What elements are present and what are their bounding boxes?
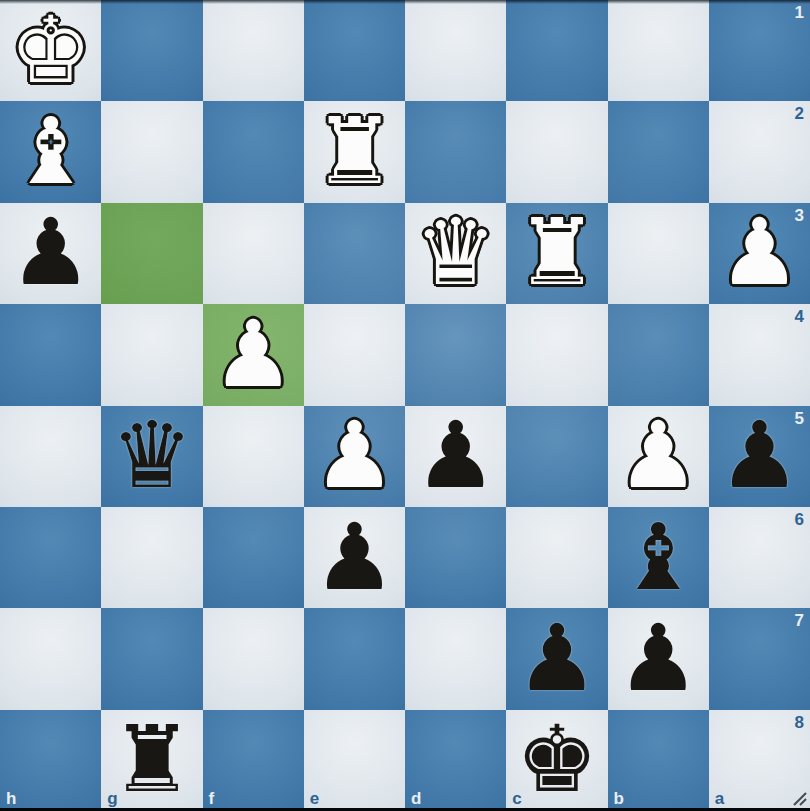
black-queen[interactable]: ♛ [101, 406, 202, 507]
square-h2[interactable]: ♝ [0, 101, 101, 202]
square-c3[interactable]: ♜ [506, 203, 607, 304]
square-e8[interactable]: e [304, 710, 405, 811]
square-b4[interactable] [608, 304, 709, 405]
black-bishop[interactable]: ♝ [608, 507, 709, 608]
black-pawn[interactable]: ♟ [506, 608, 607, 709]
rank-label-1: 1 [795, 3, 804, 23]
square-h1[interactable]: ♚ [0, 0, 101, 101]
square-d2[interactable] [405, 101, 506, 202]
white-rook[interactable]: ♜ [506, 203, 607, 304]
square-b1[interactable] [608, 0, 709, 101]
square-g3[interactable] [101, 203, 202, 304]
square-h8[interactable]: h [0, 710, 101, 811]
square-g2[interactable] [101, 101, 202, 202]
file-label-h: h [6, 789, 16, 809]
square-c6[interactable] [506, 507, 607, 608]
square-b5[interactable]: ♟ [608, 406, 709, 507]
square-e5[interactable]: ♟ [304, 406, 405, 507]
square-e6[interactable]: ♟ [304, 507, 405, 608]
white-pawn[interactable]: ♟ [203, 304, 304, 405]
square-a1[interactable]: 1 [709, 0, 810, 101]
square-e2[interactable]: ♜ [304, 101, 405, 202]
square-f8[interactable]: f [203, 710, 304, 811]
black-pawn[interactable]: ♟ [0, 203, 101, 304]
square-d7[interactable] [405, 608, 506, 709]
resize-handle-icon[interactable] [788, 787, 808, 807]
square-c4[interactable] [506, 304, 607, 405]
black-pawn[interactable]: ♟ [405, 406, 506, 507]
square-a7[interactable]: 7 [709, 608, 810, 709]
square-d5[interactable]: ♟ [405, 406, 506, 507]
square-c8[interactable]: c♚ [506, 710, 607, 811]
square-h3[interactable]: ♟ [0, 203, 101, 304]
square-f1[interactable] [203, 0, 304, 101]
square-e4[interactable] [304, 304, 405, 405]
rank-label-8: 8 [795, 713, 804, 733]
square-g7[interactable] [101, 608, 202, 709]
square-f3[interactable] [203, 203, 304, 304]
square-c7[interactable]: ♟ [506, 608, 607, 709]
square-a3[interactable]: 3♟ [709, 203, 810, 304]
square-b7[interactable]: ♟ [608, 608, 709, 709]
white-pawn[interactable]: ♟ [304, 406, 405, 507]
white-rook[interactable]: ♜ [304, 101, 405, 202]
square-d6[interactable] [405, 507, 506, 608]
square-d4[interactable] [405, 304, 506, 405]
square-c2[interactable] [506, 101, 607, 202]
square-a6[interactable]: 6 [709, 507, 810, 608]
white-pawn[interactable]: ♟ [709, 203, 810, 304]
square-e7[interactable] [304, 608, 405, 709]
square-g4[interactable] [101, 304, 202, 405]
rank-label-4: 4 [795, 307, 804, 327]
square-d3[interactable]: ♛ [405, 203, 506, 304]
square-b2[interactable] [608, 101, 709, 202]
file-label-b: b [614, 789, 624, 809]
square-g1[interactable] [101, 0, 202, 101]
rank-label-6: 6 [795, 510, 804, 530]
square-c1[interactable] [506, 0, 607, 101]
square-d1[interactable] [405, 0, 506, 101]
square-c5[interactable] [506, 406, 607, 507]
file-label-f: f [209, 789, 215, 809]
square-d8[interactable]: d [405, 710, 506, 811]
black-king[interactable]: ♚ [506, 710, 607, 811]
square-b3[interactable] [608, 203, 709, 304]
white-pawn[interactable]: ♟ [608, 406, 709, 507]
file-label-e: e [310, 789, 319, 809]
file-label-d: d [411, 789, 421, 809]
square-a4[interactable]: 4 [709, 304, 810, 405]
square-f6[interactable] [203, 507, 304, 608]
white-king[interactable]: ♚ [0, 0, 101, 101]
rank-label-2: 2 [795, 104, 804, 124]
square-a5[interactable]: 5♟ [709, 406, 810, 507]
black-pawn[interactable]: ♟ [304, 507, 405, 608]
black-pawn[interactable]: ♟ [709, 406, 810, 507]
square-a2[interactable]: 2 [709, 101, 810, 202]
chess-board: ♚1♝♜2♟♛♜3♟♟4♛♟♟♟5♟♟♝6♟♟7hg♜fedc♚b8a [0, 0, 810, 811]
square-f2[interactable] [203, 101, 304, 202]
square-e3[interactable] [304, 203, 405, 304]
rank-label-7: 7 [795, 611, 804, 631]
white-bishop[interactable]: ♝ [0, 101, 101, 202]
square-h5[interactable] [0, 406, 101, 507]
square-g8[interactable]: g♜ [101, 710, 202, 811]
square-b6[interactable]: ♝ [608, 507, 709, 608]
square-b8[interactable]: b [608, 710, 709, 811]
square-h6[interactable] [0, 507, 101, 608]
black-rook[interactable]: ♜ [101, 710, 202, 811]
square-g5[interactable]: ♛ [101, 406, 202, 507]
square-f5[interactable] [203, 406, 304, 507]
square-f4[interactable]: ♟ [203, 304, 304, 405]
square-h4[interactable] [0, 304, 101, 405]
square-g6[interactable] [101, 507, 202, 608]
square-f7[interactable] [203, 608, 304, 709]
square-h7[interactable] [0, 608, 101, 709]
square-e1[interactable] [304, 0, 405, 101]
white-queen[interactable]: ♛ [405, 203, 506, 304]
black-pawn[interactable]: ♟ [608, 608, 709, 709]
file-label-a: a [715, 789, 724, 809]
